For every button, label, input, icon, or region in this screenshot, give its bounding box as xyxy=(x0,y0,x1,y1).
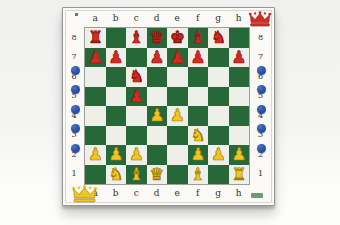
square-c2[interactable]: ♟ xyxy=(126,145,147,165)
square-d2[interactable] xyxy=(147,145,168,165)
piece-yellow-pawn[interactable]: ♟ xyxy=(211,146,226,163)
rank-label-7: 7 xyxy=(71,53,76,61)
file-label-a: a xyxy=(85,189,106,198)
square-e8[interactable]: ♚ xyxy=(167,28,188,48)
file-label-e: e xyxy=(167,189,188,198)
piece-yellow-knight[interactable]: ♞ xyxy=(190,126,205,143)
corner-mark xyxy=(75,13,78,16)
piece-red-bishop[interactable]: ♝ xyxy=(190,29,205,46)
piece-red-pawn[interactable]: ♟ xyxy=(149,48,164,65)
square-g7[interactable] xyxy=(208,48,229,68)
piece-red-pawn[interactable]: ♟ xyxy=(190,48,205,65)
square-c5[interactable]: ♟ xyxy=(126,87,147,107)
piece-red-bishop[interactable]: ♝ xyxy=(129,29,144,46)
piece-yellow-bishop[interactable]: ♝ xyxy=(190,165,205,182)
piece-yellow-rook[interactable]: ♜ xyxy=(231,165,246,182)
piece-yellow-pawn[interactable]: ♟ xyxy=(88,146,103,163)
square-b8[interactable] xyxy=(106,28,127,48)
file-labels-bottom: abcdefgh xyxy=(85,184,249,203)
piece-red-pawn[interactable]: ♟ xyxy=(129,87,144,104)
square-f3[interactable]: ♞ xyxy=(188,126,209,146)
square-g2[interactable]: ♟ xyxy=(208,145,229,165)
square-a7[interactable]: ♟ xyxy=(85,48,106,68)
square-f5[interactable] xyxy=(188,87,209,107)
magnet-dot xyxy=(257,85,266,94)
square-h6[interactable] xyxy=(229,67,250,87)
square-f1[interactable]: ♝ xyxy=(188,165,209,185)
square-f8[interactable]: ♝ xyxy=(188,28,209,48)
piece-yellow-pawn[interactable]: ♟ xyxy=(170,107,185,124)
file-label-b: b xyxy=(106,189,127,198)
square-h8[interactable] xyxy=(229,28,250,48)
brand-logo xyxy=(251,193,263,198)
square-d6[interactable] xyxy=(147,67,168,87)
square-c4[interactable] xyxy=(126,106,147,126)
piece-yellow-bishop[interactable]: ♝ xyxy=(129,165,144,182)
file-label-e: e xyxy=(167,14,188,23)
rank-label-1: 1 xyxy=(258,170,263,178)
square-f7[interactable]: ♟ xyxy=(188,48,209,68)
rank-label-7: 7 xyxy=(258,53,263,61)
square-e7[interactable]: ♟ xyxy=(167,48,188,68)
piece-red-pawn[interactable]: ♟ xyxy=(231,48,246,65)
square-b2[interactable]: ♟ xyxy=(106,145,127,165)
chess-demo-board: abcdefgh 87654321 ♜♝♛♚♝♞♟♟♟♟♟♟♞♟♟♟♞♟♟♟♟♟… xyxy=(62,7,275,206)
file-label-f: f xyxy=(188,189,209,198)
square-d5[interactable] xyxy=(147,87,168,107)
square-e2[interactable] xyxy=(167,145,188,165)
square-e1[interactable] xyxy=(167,165,188,185)
square-g5[interactable] xyxy=(208,87,229,107)
magnet-dot xyxy=(71,144,80,153)
square-b4[interactable] xyxy=(106,106,127,126)
square-d1[interactable]: ♛ xyxy=(147,165,168,185)
file-label-b: b xyxy=(106,14,127,23)
square-a5[interactable] xyxy=(85,87,106,107)
square-g3[interactable] xyxy=(208,126,229,146)
piece-red-king[interactable]: ♚ xyxy=(170,29,185,46)
file-label-c: c xyxy=(126,14,147,23)
square-e6[interactable] xyxy=(167,67,188,87)
square-g4[interactable] xyxy=(208,106,229,126)
piece-red-pawn[interactable]: ♟ xyxy=(88,48,103,65)
square-h2[interactable]: ♟ xyxy=(229,145,250,165)
piece-yellow-pawn[interactable]: ♟ xyxy=(149,107,164,124)
square-c8[interactable]: ♝ xyxy=(126,28,147,48)
rank-label-1: 1 xyxy=(71,170,76,178)
square-e5[interactable] xyxy=(167,87,188,107)
square-g1[interactable] xyxy=(208,165,229,185)
square-h5[interactable] xyxy=(229,87,250,107)
square-d8[interactable]: ♛ xyxy=(147,28,168,48)
file-label-h: h xyxy=(229,189,250,198)
square-b7[interactable]: ♟ xyxy=(106,48,127,68)
piece-yellow-pawn[interactable]: ♟ xyxy=(190,146,205,163)
magnet-dot xyxy=(71,105,80,114)
file-label-d: d xyxy=(147,14,168,23)
square-c3[interactable] xyxy=(126,126,147,146)
magnet-dot xyxy=(257,105,266,114)
file-label-d: d xyxy=(147,189,168,198)
square-a4[interactable] xyxy=(85,106,106,126)
magnet-dot xyxy=(257,144,266,153)
square-d3[interactable] xyxy=(147,126,168,146)
square-d7[interactable]: ♟ xyxy=(147,48,168,68)
rank-label-8: 8 xyxy=(71,34,76,42)
rank-label-8: 8 xyxy=(258,34,263,42)
piece-yellow-pawn[interactable]: ♟ xyxy=(231,146,246,163)
square-b5[interactable] xyxy=(106,87,127,107)
square-f2[interactable]: ♟ xyxy=(188,145,209,165)
piece-yellow-queen[interactable]: ♛ xyxy=(149,165,164,182)
square-g8[interactable]: ♞ xyxy=(208,28,229,48)
square-d4[interactable]: ♟ xyxy=(147,106,168,126)
piece-red-rook[interactable]: ♜ xyxy=(88,29,103,46)
magnet-dot xyxy=(257,66,266,75)
square-f4[interactable] xyxy=(188,106,209,126)
file-label-f: f xyxy=(188,14,209,23)
photo-background: abcdefgh 87654321 ♜♝♛♚♝♞♟♟♟♟♟♟♞♟♟♟♞♟♟♟♟♟… xyxy=(0,0,340,225)
square-g6[interactable] xyxy=(208,67,229,87)
square-b1[interactable]: ♞ xyxy=(106,165,127,185)
square-b3[interactable] xyxy=(106,126,127,146)
square-c7[interactable] xyxy=(126,48,147,68)
magnet-dot xyxy=(257,124,266,133)
board-squares: ♜♝♛♚♝♞♟♟♟♟♟♟♞♟♟♟♞♟♟♟♟♟♟♞♝♛♝♜ xyxy=(85,28,249,184)
square-a1[interactable] xyxy=(85,165,106,185)
magnet-dot xyxy=(71,124,80,133)
piece-yellow-knight[interactable]: ♞ xyxy=(108,165,123,182)
square-h7[interactable]: ♟ xyxy=(229,48,250,68)
magnet-dot xyxy=(71,85,80,94)
square-a3[interactable] xyxy=(85,126,106,146)
square-a6[interactable] xyxy=(85,67,106,87)
piece-red-pawn[interactable]: ♟ xyxy=(108,48,123,65)
square-c6[interactable]: ♞ xyxy=(126,67,147,87)
square-h4[interactable] xyxy=(229,106,250,126)
file-label-g: g xyxy=(208,14,229,23)
square-e4[interactable]: ♟ xyxy=(167,106,188,126)
file-label-g: g xyxy=(208,189,229,198)
file-label-a: a xyxy=(85,14,106,23)
file-label-c: c xyxy=(126,189,147,198)
piece-yellow-pawn[interactable]: ♟ xyxy=(108,146,123,163)
square-e3[interactable] xyxy=(167,126,188,146)
square-h3[interactable] xyxy=(229,126,250,146)
square-a2[interactable]: ♟ xyxy=(85,145,106,165)
square-a8[interactable]: ♜ xyxy=(85,28,106,48)
file-label-h: h xyxy=(229,14,250,23)
square-f6[interactable] xyxy=(188,67,209,87)
piece-red-pawn[interactable]: ♟ xyxy=(170,48,185,65)
square-c1[interactable]: ♝ xyxy=(126,165,147,185)
square-h1[interactable]: ♜ xyxy=(229,165,250,185)
piece-red-knight[interactable]: ♞ xyxy=(129,68,144,85)
file-labels-top: abcdefgh xyxy=(85,8,249,28)
magnet-dot xyxy=(71,66,80,75)
piece-red-queen[interactable]: ♛ xyxy=(149,29,164,46)
piece-yellow-pawn[interactable]: ♟ xyxy=(129,146,144,163)
square-b6[interactable] xyxy=(106,67,127,87)
piece-red-knight[interactable]: ♞ xyxy=(211,29,226,46)
